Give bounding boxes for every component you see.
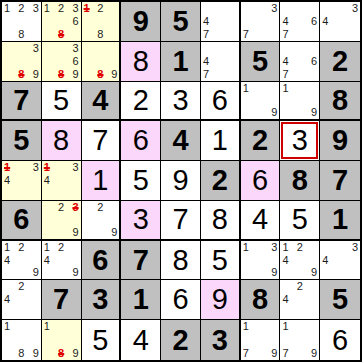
candidate: 1 (3, 321, 15, 334)
candidate: 1 (3, 242, 15, 254)
solved-digit: 4 (133, 326, 149, 355)
given-digit: 8 (332, 86, 348, 115)
cell-r9c2[interactable]: 189 (42, 320, 82, 360)
candidate: 4 (281, 254, 293, 266)
candidate: 9 (106, 67, 118, 79)
solved-digit: 1 (212, 126, 228, 155)
solved-digit: 7 (92, 126, 108, 155)
candidate: 2 (55, 202, 67, 214)
given-digit: 7 (332, 166, 348, 195)
cell-r6c7[interactable]: 4 (241, 201, 281, 241)
solved-digit: 5 (92, 326, 108, 355)
pencil-marks: 37 (242, 3, 279, 40)
candidate: 1 (242, 242, 254, 254)
cell-r9c4[interactable]: 4 (121, 320, 161, 360)
candidate-eliminated: 8 (55, 67, 67, 79)
cell-r3c2[interactable]: 5 (42, 82, 82, 122)
pencil-marks: 189 (43, 321, 80, 359)
candidate: 9 (67, 67, 79, 79)
candidate: 2 (294, 281, 306, 293)
pencil-marks: 467 (281, 43, 318, 80)
cell-r7c5[interactable]: 8 (161, 241, 201, 281)
candidate: 1 (43, 3, 55, 15)
cell-r5c7[interactable]: 6 (241, 161, 281, 201)
candidate: 2 (94, 202, 106, 214)
solved-digit: 5 (292, 205, 308, 234)
candidate: 4 (3, 174, 15, 186)
cell-r2c9[interactable]: 2 (320, 42, 360, 82)
solved-digit: 6 (172, 285, 188, 314)
cell-r3c4[interactable]: 2 (121, 82, 161, 122)
cell-r5c3[interactable]: 1 (82, 161, 122, 201)
cell-r1c3[interactable]: 128 (82, 2, 122, 42)
given-digit: 7 (53, 285, 69, 314)
candidate: 9 (28, 266, 40, 278)
candidate: 4 (202, 15, 214, 27)
cell-r8c4[interactable]: 1 (121, 280, 161, 320)
cell-r4c7[interactable]: 2 (241, 121, 281, 161)
cell-r1c9[interactable]: 34 (320, 2, 360, 42)
pencil-marks: 19 (242, 83, 279, 119)
solved-digit: 3 (292, 126, 308, 155)
pencil-marks: 47 (202, 3, 238, 40)
cell-r5c9[interactable]: 7 (320, 161, 360, 201)
cell-r2c8[interactable]: 467 (280, 42, 320, 82)
cell-r5c5[interactable]: 9 (161, 161, 201, 201)
candidate: 4 (3, 294, 15, 306)
candidate: 6 (306, 55, 318, 67)
candidate: 3 (28, 3, 40, 15)
cell-r1c1[interactable]: 1238 (2, 2, 42, 42)
solved-digit: 1 (92, 166, 108, 195)
candidate: 9 (67, 266, 79, 278)
candidate: 1 (281, 83, 293, 95)
cell-r8c5[interactable]: 6 (161, 280, 201, 320)
candidate: 3 (67, 43, 79, 55)
solved-digit: 3 (133, 205, 149, 234)
candidate: 8 (94, 28, 106, 40)
cell-r9c8[interactable]: 179 (280, 320, 320, 360)
candidate: 8 (15, 28, 27, 40)
cell-r2c3[interactable]: 89 (82, 42, 122, 82)
candidate: 7 (281, 28, 293, 40)
candidate: 2 (94, 3, 106, 15)
cell-r4c6[interactable]: 1 (201, 121, 241, 161)
given-digit: 2 (172, 326, 188, 355)
cell-r1c5[interactable]: 5 (161, 2, 201, 42)
cell-r8c8[interactable]: 24 (280, 280, 320, 320)
cell-r5c2[interactable]: 134 (42, 161, 82, 201)
candidate: 3 (346, 3, 359, 15)
cell-r8c7[interactable]: 8 (241, 280, 281, 320)
pencil-marks: 134 (3, 162, 40, 199)
pencil-marks: 1238 (3, 3, 40, 40)
candidate: 1 (242, 321, 254, 334)
given-digit: 2 (252, 126, 268, 155)
cell-r3c7[interactable]: 19 (241, 82, 281, 122)
given-digit: 6 (13, 205, 29, 234)
solved-digit: 7 (172, 205, 188, 234)
candidate: 2 (15, 281, 27, 293)
candidate: 1 (281, 321, 293, 334)
pencil-marks: 179 (242, 321, 279, 359)
candidate: 7 (202, 28, 214, 40)
cell-r4c4[interactable]: 6 (121, 121, 161, 161)
candidate-eliminated: 8 (94, 67, 106, 79)
cell-r8c9[interactable]: 5 (320, 280, 360, 320)
given-digit: 9 (133, 7, 149, 36)
candidate: 2 (15, 242, 27, 254)
cell-r7c3[interactable]: 6 (82, 241, 122, 281)
cell-r9c3[interactable]: 5 (82, 320, 122, 360)
solved-digit: 9 (172, 166, 188, 195)
candidate: 7 (281, 67, 293, 79)
cell-r3c6[interactable]: 6 (201, 82, 241, 122)
candidate: 4 (3, 254, 15, 266)
given-digit: 6 (92, 246, 108, 275)
given-digit: 1 (133, 285, 149, 314)
pencil-marks: 34 (321, 3, 359, 40)
candidate: 9 (106, 226, 118, 238)
cell-r7c2[interactable]: 1249 (42, 241, 82, 281)
sudoku-grid: 1238123681289547374673438936898981475467… (2, 2, 360, 360)
candidate: 2 (55, 242, 67, 254)
cell-r2c4[interactable]: 8 (121, 42, 161, 82)
cell-r6c3[interactable]: 29 (82, 201, 122, 241)
pencil-marks: 24 (281, 281, 318, 318)
given-digit: 8 (292, 166, 308, 195)
cell-r2c7[interactable]: 5 (241, 42, 281, 82)
candidate: 7 (242, 346, 254, 359)
cell-r2c6[interactable]: 47 (201, 42, 241, 82)
candidate-eliminated: 8 (15, 67, 27, 79)
candidate: 9 (306, 266, 318, 278)
given-digit: 5 (172, 7, 188, 36)
cell-r9c7[interactable]: 179 (241, 320, 281, 360)
candidate: 9 (67, 346, 79, 359)
cell-r1c4[interactable]: 9 (121, 2, 161, 42)
candidate: 2 (55, 3, 67, 15)
cell-r9c5[interactable]: 2 (161, 320, 201, 360)
solved-digit: 5 (212, 246, 228, 275)
given-digit: 5 (13, 126, 29, 155)
solved-digit: 3 (172, 86, 188, 115)
given-digit: 7 (13, 86, 29, 115)
cell-r5c6[interactable]: 2 (201, 161, 241, 201)
cell-r1c2[interactable]: 12368 (42, 2, 82, 42)
candidate: 4 (321, 254, 334, 266)
pencil-marks: 12368 (43, 3, 80, 40)
solved-digit: 8 (133, 47, 149, 76)
pencil-marks: 24 (3, 281, 40, 318)
pencil-marks: 19 (281, 83, 318, 119)
cell-r1c7[interactable]: 37 (241, 2, 281, 42)
candidate: 4 (281, 15, 293, 27)
given-digit: 7 (133, 246, 149, 275)
cell-r4c2[interactable]: 8 (42, 121, 82, 161)
solved-digit: 4 (252, 205, 268, 234)
candidate: 9 (266, 106, 278, 118)
pencil-marks: 89 (83, 43, 119, 80)
candidate: 3 (28, 43, 40, 55)
candidate: 9 (266, 266, 278, 278)
candidate: 7 (202, 67, 214, 79)
cell-r6c9[interactable]: 1 (320, 201, 360, 241)
candidate: 6 (67, 55, 79, 67)
cell-r3c5[interactable]: 3 (161, 82, 201, 122)
pencil-marks: 389 (3, 43, 40, 80)
candidate: 9 (306, 106, 318, 118)
candidate: 1 (43, 242, 55, 254)
cell-r8c6[interactable]: 9 (201, 280, 241, 320)
pencil-marks: 29 (83, 202, 119, 238)
pencil-marks: 134 (43, 162, 80, 199)
cell-r8c1[interactable]: 24 (2, 280, 42, 320)
pencil-marks: 1249 (281, 242, 318, 279)
pencil-marks: 179 (281, 321, 318, 359)
solved-digit: 6 (212, 86, 228, 115)
cell-r9c6[interactable]: 3 (201, 320, 241, 360)
given-digit: 8 (252, 285, 268, 314)
candidate: 8 (15, 346, 27, 359)
candidate: 2 (15, 3, 27, 15)
candidate: 7 (242, 28, 254, 40)
cell-r3c9[interactable]: 8 (320, 82, 360, 122)
cell-r5c1[interactable]: 134 (2, 161, 42, 201)
cell-r7c7[interactable]: 139 (241, 241, 281, 281)
candidate: 4 (43, 254, 55, 266)
given-digit: 9 (332, 126, 348, 155)
candidate-eliminated: 3 (67, 202, 79, 214)
candidate: 9 (266, 346, 278, 359)
pencil-marks: 239 (43, 202, 80, 238)
candidate: 4 (202, 55, 214, 67)
cell-r1c8[interactable]: 467 (280, 2, 320, 42)
cell-r5c8[interactable]: 8 (280, 161, 320, 201)
given-digit: 2 (212, 166, 228, 195)
cell-r7c6[interactable]: 5 (201, 241, 241, 281)
solved-digit: 8 (172, 246, 188, 275)
cell-r4c1[interactable]: 5 (2, 121, 42, 161)
cell-r1c6[interactable]: 47 (201, 2, 241, 42)
cell-r6c1[interactable]: 6 (2, 201, 42, 241)
given-digit: 5 (332, 285, 348, 314)
cell-r3c8[interactable]: 19 (280, 82, 320, 122)
solved-digit: 2 (133, 86, 149, 115)
pencil-marks: 1249 (3, 242, 40, 279)
given-digit: 4 (172, 126, 188, 155)
given-digit: 3 (212, 326, 228, 355)
cell-r7c8[interactable]: 1249 (280, 241, 320, 281)
candidate: 6 (67, 15, 79, 27)
solved-digit: 6 (332, 326, 348, 355)
candidate: 3 (266, 242, 278, 254)
cell-r4c3[interactable]: 7 (82, 121, 122, 161)
solved-digit: 6 (133, 126, 149, 155)
candidate-eliminated: 8 (55, 346, 67, 359)
cell-r9c9[interactable]: 6 (320, 320, 360, 360)
solved-digit: 6 (252, 166, 268, 195)
cell-r6c6[interactable]: 8 (201, 201, 241, 241)
cell-r2c2[interactable]: 3689 (42, 42, 82, 82)
candidate: 9 (28, 67, 40, 79)
candidate-eliminated: 8 (55, 28, 67, 40)
given-digit: 1 (332, 205, 348, 234)
cell-r6c4[interactable]: 3 (121, 201, 161, 241)
pencil-marks: 128 (83, 3, 119, 40)
candidate-eliminated: 1 (43, 162, 55, 174)
candidate: 9 (306, 346, 318, 359)
sudoku-board: 1238123681289547374673438936898981475467… (0, 0, 362, 362)
cell-r6c8[interactable]: 5 (280, 201, 320, 241)
candidate: 2 (294, 242, 306, 254)
pencil-marks: 1249 (43, 242, 80, 279)
given-digit: 5 (252, 47, 268, 76)
cell-r3c3[interactable]: 4 (82, 82, 122, 122)
cell-r6c2[interactable]: 239 (42, 201, 82, 241)
cell-r7c9[interactable]: 34 (320, 241, 360, 281)
solved-digit: 9 (212, 285, 228, 314)
cell-r2c1[interactable]: 389 (2, 42, 42, 82)
pencil-marks: 467 (281, 3, 318, 40)
cell-r4c8[interactable]: 3 (280, 121, 320, 161)
candidate: 9 (28, 346, 40, 359)
solved-digit: 5 (133, 166, 149, 195)
candidate: 3 (67, 3, 79, 15)
given-digit: 4 (92, 86, 108, 115)
cell-r4c9[interactable]: 9 (320, 121, 360, 161)
pencil-marks: 189 (3, 321, 40, 359)
cell-r4c5[interactable]: 4 (161, 121, 201, 161)
cell-r5c4[interactable]: 5 (121, 161, 161, 201)
given-digit: 3 (92, 285, 108, 314)
candidate: 3 (346, 242, 359, 254)
given-digit: 2 (332, 47, 348, 76)
candidate-eliminated: 1 (3, 162, 15, 174)
given-digit: 1 (172, 47, 188, 76)
candidate: 3 (28, 162, 40, 174)
cell-r7c4[interactable]: 7 (121, 241, 161, 281)
candidate: 6 (306, 15, 318, 27)
pencil-marks: 139 (242, 242, 279, 279)
candidate: 3 (266, 3, 278, 15)
pencil-marks: 34 (321, 242, 359, 279)
candidate: 1 (43, 321, 55, 334)
cell-r8c2[interactable]: 7 (42, 280, 82, 320)
solved-digit: 5 (53, 86, 69, 115)
candidate: 1 (281, 242, 293, 254)
pencil-marks: 3689 (43, 43, 80, 80)
candidate: 4 (43, 174, 55, 186)
candidate: 4 (281, 294, 293, 306)
candidate: 4 (281, 55, 293, 67)
cell-r3c1[interactable]: 7 (2, 82, 42, 122)
candidate: 1 (3, 3, 15, 15)
cell-r7c1[interactable]: 1249 (2, 241, 42, 281)
candidate: 9 (67, 226, 79, 238)
candidate-eliminated: 1 (83, 3, 95, 15)
cell-r8c3[interactable]: 3 (82, 280, 122, 320)
solved-digit: 8 (53, 126, 69, 155)
cell-r9c1[interactable]: 189 (2, 320, 42, 360)
cell-r2c5[interactable]: 1 (161, 42, 201, 82)
candidate: 1 (242, 83, 254, 95)
pencil-marks: 47 (202, 43, 238, 80)
candidate: 4 (321, 15, 334, 27)
solved-digit: 8 (212, 205, 228, 234)
candidate: 7 (281, 346, 293, 359)
cell-r6c5[interactable]: 7 (161, 201, 201, 241)
candidate: 3 (67, 162, 79, 174)
